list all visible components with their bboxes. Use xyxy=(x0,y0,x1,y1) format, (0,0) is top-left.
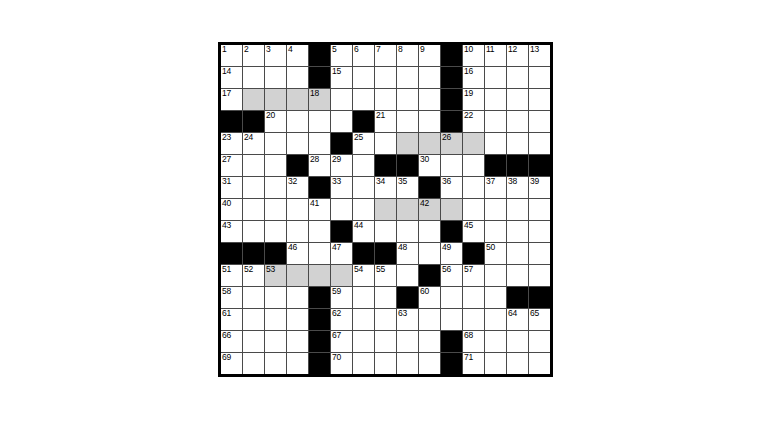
cell-r2c8[interactable] xyxy=(375,67,396,88)
cell-r14c3[interactable] xyxy=(265,331,286,352)
cell-r15c6[interactable]: 70 xyxy=(331,353,352,374)
cell-r12c7[interactable] xyxy=(353,287,374,308)
cell-r9c14[interactable] xyxy=(507,221,528,242)
cell-r3c5[interactable]: 18 xyxy=(309,89,330,110)
cell-r8c8[interactable] xyxy=(375,199,396,220)
clue-number-69: 69 xyxy=(222,353,231,362)
cell-r14c10[interactable] xyxy=(419,331,440,352)
black-cell-r10c7 xyxy=(353,243,374,264)
cell-r15c8[interactable] xyxy=(375,353,396,374)
clue-number-18: 18 xyxy=(310,89,319,98)
black-cell-r12c5 xyxy=(309,287,330,308)
cell-r2c6[interactable]: 15 xyxy=(331,67,352,88)
cell-r10c13[interactable]: 50 xyxy=(485,243,506,264)
cell-r7c13[interactable]: 37 xyxy=(485,177,506,198)
cell-r4c14[interactable] xyxy=(507,111,528,132)
page: 1234567891011121314151617181920212223242… xyxy=(0,0,768,432)
black-cell-r4c7 xyxy=(353,111,374,132)
cell-r14c15[interactable] xyxy=(529,331,550,352)
cell-r3c9[interactable] xyxy=(397,89,418,110)
clue-number-23: 23 xyxy=(222,133,231,142)
black-cell-r10c2 xyxy=(243,243,264,264)
cell-r11c11[interactable]: 56 xyxy=(441,265,462,286)
cell-r2c3[interactable] xyxy=(265,67,286,88)
cell-r7c15[interactable]: 39 xyxy=(529,177,550,198)
cell-r8c2[interactable] xyxy=(243,199,264,220)
cell-r5c1[interactable]: 23 xyxy=(221,133,242,154)
clue-number-62: 62 xyxy=(332,309,341,318)
cell-r6c7[interactable] xyxy=(353,155,374,176)
cell-r5c15[interactable] xyxy=(529,133,550,154)
cell-r7c1[interactable]: 31 xyxy=(221,177,242,198)
cell-r3c4[interactable] xyxy=(287,89,308,110)
cell-r2c13[interactable] xyxy=(485,67,506,88)
cell-r11c6[interactable] xyxy=(331,265,352,286)
clue-number-43: 43 xyxy=(222,221,231,230)
cell-r1c9[interactable]: 8 xyxy=(397,45,418,66)
black-cell-r11c10 xyxy=(419,265,440,286)
cell-r15c13[interactable] xyxy=(485,353,506,374)
clue-number-19: 19 xyxy=(464,89,473,98)
cell-r2c4[interactable] xyxy=(287,67,308,88)
cell-r15c3[interactable] xyxy=(265,353,286,374)
black-cell-r6c4 xyxy=(287,155,308,176)
clue-number-30: 30 xyxy=(420,155,429,164)
clue-number-60: 60 xyxy=(420,287,429,296)
clue-number-29: 29 xyxy=(332,155,341,164)
clue-number-59: 59 xyxy=(332,287,341,296)
cell-r3c8[interactable] xyxy=(375,89,396,110)
cell-r9c13[interactable] xyxy=(485,221,506,242)
cell-r5c13[interactable] xyxy=(485,133,506,154)
cell-r3c6[interactable] xyxy=(331,89,352,110)
black-cell-r9c6 xyxy=(331,221,352,242)
cell-r7c12[interactable] xyxy=(463,177,484,198)
black-cell-r5c6 xyxy=(331,133,352,154)
cell-r6c5[interactable]: 28 xyxy=(309,155,330,176)
black-cell-r10c3 xyxy=(265,243,286,264)
cell-r1c14[interactable]: 12 xyxy=(507,45,528,66)
clue-number-54: 54 xyxy=(354,265,363,274)
cell-r4c8[interactable]: 21 xyxy=(375,111,396,132)
cell-r7c7[interactable] xyxy=(353,177,374,198)
clue-number-32: 32 xyxy=(288,177,297,186)
clue-number-41: 41 xyxy=(310,199,319,208)
clue-number-26: 26 xyxy=(442,133,451,142)
cell-r6c6[interactable]: 29 xyxy=(331,155,352,176)
cell-r14c9[interactable] xyxy=(397,331,418,352)
cell-r14c12[interactable]: 68 xyxy=(463,331,484,352)
cell-r11c1[interactable]: 51 xyxy=(221,265,242,286)
clue-number-47: 47 xyxy=(332,243,341,252)
cell-r7c3[interactable] xyxy=(265,177,286,198)
cell-r8c14[interactable] xyxy=(507,199,528,220)
cell-r12c11[interactable] xyxy=(441,287,462,308)
cell-r4c4[interactable] xyxy=(287,111,308,132)
cell-r13c15[interactable]: 65 xyxy=(529,309,550,330)
cell-r5c3[interactable] xyxy=(265,133,286,154)
cell-r2c10[interactable] xyxy=(419,67,440,88)
cell-r8c12[interactable] xyxy=(463,199,484,220)
cell-r13c4[interactable] xyxy=(287,309,308,330)
cell-r11c2[interactable]: 52 xyxy=(243,265,264,286)
cell-r5c11[interactable]: 26 xyxy=(441,133,462,154)
cell-r1c8[interactable]: 7 xyxy=(375,45,396,66)
cell-r4c13[interactable] xyxy=(485,111,506,132)
black-cell-r6c15 xyxy=(529,155,550,176)
clue-number-56: 56 xyxy=(442,265,451,274)
clue-number-14: 14 xyxy=(222,67,231,76)
cell-r12c10[interactable]: 60 xyxy=(419,287,440,308)
clue-number-51: 51 xyxy=(222,265,231,274)
cell-r13c1[interactable]: 61 xyxy=(221,309,242,330)
cell-r11c15[interactable] xyxy=(529,265,550,286)
cell-r3c10[interactable] xyxy=(419,89,440,110)
cell-r13c13[interactable] xyxy=(485,309,506,330)
clue-number-70: 70 xyxy=(332,353,341,362)
black-cell-r7c10 xyxy=(419,177,440,198)
cell-r7c14[interactable]: 38 xyxy=(507,177,528,198)
cell-r5c7[interactable]: 25 xyxy=(353,133,374,154)
clue-number-21: 21 xyxy=(376,111,385,120)
cell-r8c10[interactable]: 42 xyxy=(419,199,440,220)
black-cell-r6c8 xyxy=(375,155,396,176)
cell-r11c9[interactable] xyxy=(397,265,418,286)
clue-number-44: 44 xyxy=(354,221,363,230)
cell-r12c12[interactable] xyxy=(463,287,484,308)
cell-r10c9[interactable]: 48 xyxy=(397,243,418,264)
cell-r8c9[interactable] xyxy=(397,199,418,220)
cell-r15c15[interactable] xyxy=(529,353,550,374)
cell-r5c12[interactable] xyxy=(463,133,484,154)
black-cell-r9c11 xyxy=(441,221,462,242)
clue-number-40: 40 xyxy=(222,199,231,208)
black-cell-r3c11 xyxy=(441,89,462,110)
cell-r15c10[interactable] xyxy=(419,353,440,374)
cell-r3c15[interactable] xyxy=(529,89,550,110)
cell-r10c11[interactable]: 49 xyxy=(441,243,462,264)
clue-number-27: 27 xyxy=(222,155,231,164)
cell-r8c3[interactable] xyxy=(265,199,286,220)
cell-r15c9[interactable] xyxy=(397,353,418,374)
cell-r9c2[interactable] xyxy=(243,221,264,242)
cell-r8c4[interactable] xyxy=(287,199,308,220)
cell-r3c3[interactable] xyxy=(265,89,286,110)
black-cell-r10c1 xyxy=(221,243,242,264)
cell-r11c3[interactable]: 53 xyxy=(265,265,286,286)
black-cell-r1c5 xyxy=(309,45,330,66)
cell-r5c5[interactable] xyxy=(309,133,330,154)
clue-number-58: 58 xyxy=(222,287,231,296)
cell-r13c11[interactable] xyxy=(441,309,462,330)
clue-number-57: 57 xyxy=(464,265,473,274)
cell-r14c4[interactable] xyxy=(287,331,308,352)
cell-r7c2[interactable] xyxy=(243,177,264,198)
cell-r10c10[interactable] xyxy=(419,243,440,264)
black-cell-r1c11 xyxy=(441,45,462,66)
clue-number-66: 66 xyxy=(222,331,231,340)
black-cell-r6c13 xyxy=(485,155,506,176)
clue-number-48: 48 xyxy=(398,243,407,252)
black-cell-r12c14 xyxy=(507,287,528,308)
cell-r8c6[interactable] xyxy=(331,199,352,220)
cell-r10c5[interactable] xyxy=(309,243,330,264)
cell-r1c6[interactable]: 5 xyxy=(331,45,352,66)
clue-number-39: 39 xyxy=(530,177,539,186)
cell-r13c8[interactable] xyxy=(375,309,396,330)
cell-r1c4[interactable]: 4 xyxy=(287,45,308,66)
clue-number-42: 42 xyxy=(420,199,429,208)
clue-number-12: 12 xyxy=(508,45,517,54)
cell-r9c12[interactable]: 45 xyxy=(463,221,484,242)
cell-r4c15[interactable] xyxy=(529,111,550,132)
cell-r1c2[interactable]: 2 xyxy=(243,45,264,66)
cell-r9c8[interactable] xyxy=(375,221,396,242)
cell-r14c6[interactable]: 67 xyxy=(331,331,352,352)
black-cell-r6c14 xyxy=(507,155,528,176)
cell-r3c2[interactable] xyxy=(243,89,264,110)
cell-r2c7[interactable] xyxy=(353,67,374,88)
cell-r2c9[interactable] xyxy=(397,67,418,88)
black-cell-r10c8 xyxy=(375,243,396,264)
cell-r6c2[interactable] xyxy=(243,155,264,176)
cell-r15c14[interactable] xyxy=(507,353,528,374)
clue-number-6: 6 xyxy=(354,45,358,54)
black-cell-r12c15 xyxy=(529,287,550,308)
black-cell-r4c11 xyxy=(441,111,462,132)
black-cell-r4c2 xyxy=(243,111,264,132)
black-cell-r4c1 xyxy=(221,111,242,132)
clue-number-35: 35 xyxy=(398,177,407,186)
black-cell-r7c5 xyxy=(309,177,330,198)
cell-r15c4[interactable] xyxy=(287,353,308,374)
cell-r9c15[interactable] xyxy=(529,221,550,242)
cell-r5c2[interactable]: 24 xyxy=(243,133,264,154)
cell-r3c12[interactable]: 19 xyxy=(463,89,484,110)
clue-number-25: 25 xyxy=(354,133,363,142)
clue-number-31: 31 xyxy=(222,177,231,186)
clue-number-2: 2 xyxy=(244,45,248,54)
cell-r1c12[interactable]: 10 xyxy=(463,45,484,66)
clue-number-49: 49 xyxy=(442,243,451,252)
cell-r12c1[interactable]: 58 xyxy=(221,287,242,308)
cell-r11c13[interactable] xyxy=(485,265,506,286)
black-cell-r15c11 xyxy=(441,353,462,374)
clue-number-38: 38 xyxy=(508,177,517,186)
cell-r6c3[interactable] xyxy=(265,155,286,176)
cell-r12c3[interactable] xyxy=(265,287,286,308)
cell-r2c12[interactable]: 16 xyxy=(463,67,484,88)
cell-r8c13[interactable] xyxy=(485,199,506,220)
cell-r3c13[interactable] xyxy=(485,89,506,110)
clue-number-7: 7 xyxy=(376,45,380,54)
cell-r7c6[interactable]: 33 xyxy=(331,177,352,198)
cell-r8c7[interactable] xyxy=(353,199,374,220)
clue-number-4: 4 xyxy=(288,45,292,54)
clue-number-34: 34 xyxy=(376,177,385,186)
cell-r2c1[interactable]: 14 xyxy=(221,67,242,88)
cell-r4c12[interactable]: 22 xyxy=(463,111,484,132)
clue-number-15: 15 xyxy=(332,67,341,76)
cell-r5c4[interactable] xyxy=(287,133,308,154)
cell-r12c8[interactable] xyxy=(375,287,396,308)
cell-r9c10[interactable] xyxy=(419,221,440,242)
clue-number-1: 1 xyxy=(222,45,226,54)
cell-r14c8[interactable] xyxy=(375,331,396,352)
cell-r13c7[interactable] xyxy=(353,309,374,330)
cell-r4c5[interactable] xyxy=(309,111,330,132)
clue-number-28: 28 xyxy=(310,155,319,164)
cell-r7c9[interactable]: 35 xyxy=(397,177,418,198)
clue-number-36: 36 xyxy=(442,177,451,186)
cell-r12c4[interactable] xyxy=(287,287,308,308)
cell-r11c12[interactable]: 57 xyxy=(463,265,484,286)
clue-number-5: 5 xyxy=(332,45,336,54)
cell-r14c13[interactable] xyxy=(485,331,506,352)
clue-number-63: 63 xyxy=(398,309,407,318)
clue-number-50: 50 xyxy=(486,243,495,252)
cell-r7c4[interactable]: 32 xyxy=(287,177,308,198)
clue-number-9: 9 xyxy=(420,45,424,54)
cell-r2c2[interactable] xyxy=(243,67,264,88)
cell-r14c2[interactable] xyxy=(243,331,264,352)
clue-number-45: 45 xyxy=(464,221,473,230)
clue-number-22: 22 xyxy=(464,111,473,120)
cell-r8c1[interactable]: 40 xyxy=(221,199,242,220)
cell-r4c3[interactable]: 20 xyxy=(265,111,286,132)
cell-r5c10[interactable] xyxy=(419,133,440,154)
cell-r12c6[interactable]: 59 xyxy=(331,287,352,308)
cell-r1c3[interactable]: 3 xyxy=(265,45,286,66)
cell-r10c14[interactable] xyxy=(507,243,528,264)
cell-r15c12[interactable]: 71 xyxy=(463,353,484,374)
cell-r8c5[interactable]: 41 xyxy=(309,199,330,220)
cell-r15c7[interactable] xyxy=(353,353,374,374)
cell-r6c12[interactable] xyxy=(463,155,484,176)
clue-number-68: 68 xyxy=(464,331,473,340)
clue-number-16: 16 xyxy=(464,67,473,76)
cell-r3c1[interactable]: 17 xyxy=(221,89,242,110)
cell-r9c1[interactable]: 43 xyxy=(221,221,242,242)
clue-number-24: 24 xyxy=(244,133,253,142)
crossword-puzzle: 1234567891011121314151617181920212223242… xyxy=(218,42,553,377)
cell-r13c3[interactable] xyxy=(265,309,286,330)
clue-number-61: 61 xyxy=(222,309,231,318)
cell-r5c8[interactable] xyxy=(375,133,396,154)
cell-r11c5[interactable] xyxy=(309,265,330,286)
clue-number-13: 13 xyxy=(530,45,539,54)
cell-r1c15[interactable]: 13 xyxy=(529,45,550,66)
cell-r8c15[interactable] xyxy=(529,199,550,220)
black-cell-r6c9 xyxy=(397,155,418,176)
clue-number-8: 8 xyxy=(398,45,402,54)
clue-number-11: 11 xyxy=(486,45,494,54)
black-cell-r2c5 xyxy=(309,67,330,88)
black-cell-r2c11 xyxy=(441,67,462,88)
cell-r5c14[interactable] xyxy=(507,133,528,154)
cell-r13c9[interactable]: 63 xyxy=(397,309,418,330)
cell-r10c6[interactable]: 47 xyxy=(331,243,352,264)
clue-number-46: 46 xyxy=(288,243,297,252)
cell-r12c2[interactable] xyxy=(243,287,264,308)
clue-number-10: 10 xyxy=(464,45,473,54)
cell-r10c15[interactable] xyxy=(529,243,550,264)
black-cell-r14c5 xyxy=(309,331,330,352)
cell-r13c6[interactable]: 62 xyxy=(331,309,352,330)
cell-r14c7[interactable] xyxy=(353,331,374,352)
clue-number-52: 52 xyxy=(244,265,253,274)
cell-r3c7[interactable] xyxy=(353,89,374,110)
cell-r12c13[interactable] xyxy=(485,287,506,308)
cell-r9c4[interactable] xyxy=(287,221,308,242)
cell-r13c14[interactable]: 64 xyxy=(507,309,528,330)
cell-r8c11[interactable] xyxy=(441,199,462,220)
cell-r7c8[interactable]: 34 xyxy=(375,177,396,198)
cell-r9c7[interactable]: 44 xyxy=(353,221,374,242)
clue-number-3: 3 xyxy=(266,45,270,54)
cell-r14c14[interactable] xyxy=(507,331,528,352)
crossword-board: 1234567891011121314151617181920212223242… xyxy=(218,42,553,377)
cell-r2c14[interactable] xyxy=(507,67,528,88)
cell-r1c10[interactable]: 9 xyxy=(419,45,440,66)
cell-r11c7[interactable]: 54 xyxy=(353,265,374,286)
clue-number-37: 37 xyxy=(486,177,495,186)
cell-r14c1[interactable]: 66 xyxy=(221,331,242,352)
cell-r15c2[interactable] xyxy=(243,353,264,374)
cell-r4c6[interactable] xyxy=(331,111,352,132)
cell-r1c13[interactable]: 11 xyxy=(485,45,506,66)
clue-number-55: 55 xyxy=(376,265,385,274)
black-cell-r15c5 xyxy=(309,353,330,374)
cell-r6c1[interactable]: 27 xyxy=(221,155,242,176)
black-cell-r14c11 xyxy=(441,331,462,352)
cell-r10c4[interactable]: 46 xyxy=(287,243,308,264)
cell-r1c1[interactable]: 1 xyxy=(221,45,242,66)
cell-r13c12[interactable] xyxy=(463,309,484,330)
black-cell-r10c12 xyxy=(463,243,484,264)
cell-r6c11[interactable] xyxy=(441,155,462,176)
cell-r4c9[interactable] xyxy=(397,111,418,132)
clue-number-33: 33 xyxy=(332,177,341,186)
cell-r4c10[interactable] xyxy=(419,111,440,132)
clue-number-67: 67 xyxy=(332,331,341,340)
clue-number-53: 53 xyxy=(266,265,275,274)
cell-r6c10[interactable]: 30 xyxy=(419,155,440,176)
clue-number-71: 71 xyxy=(464,353,473,362)
clue-number-65: 65 xyxy=(530,309,539,318)
cell-r11c4[interactable] xyxy=(287,265,308,286)
clue-number-17: 17 xyxy=(222,89,231,98)
clue-number-64: 64 xyxy=(508,309,517,318)
cell-r9c5[interactable] xyxy=(309,221,330,242)
cell-r1c7[interactable]: 6 xyxy=(353,45,374,66)
black-cell-r12c9 xyxy=(397,287,418,308)
cell-r7c11[interactable]: 36 xyxy=(441,177,462,198)
cell-r3c14[interactable] xyxy=(507,89,528,110)
black-cell-r13c5 xyxy=(309,309,330,330)
cell-r2c15[interactable] xyxy=(529,67,550,88)
cell-r15c1[interactable]: 69 xyxy=(221,353,242,374)
cell-r11c8[interactable]: 55 xyxy=(375,265,396,286)
clue-number-20: 20 xyxy=(266,111,275,120)
cell-r5c9[interactable] xyxy=(397,133,418,154)
cell-r11c14[interactable] xyxy=(507,265,528,286)
cell-r13c10[interactable] xyxy=(419,309,440,330)
cell-r9c3[interactable] xyxy=(265,221,286,242)
cell-r9c9[interactable] xyxy=(397,221,418,242)
cell-r13c2[interactable] xyxy=(243,309,264,330)
